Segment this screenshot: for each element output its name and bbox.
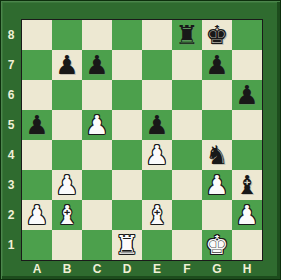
rank-label-5: 5 — [1, 110, 21, 140]
square-b5[interactable] — [52, 110, 82, 140]
file-label-d: D — [112, 261, 142, 278]
black-pawn: ♟ — [82, 50, 112, 80]
square-d7[interactable] — [112, 50, 142, 80]
black-rook: ♜ — [172, 20, 202, 50]
square-d3[interactable] — [112, 170, 142, 200]
square-a1[interactable] — [22, 230, 52, 260]
square-h4[interactable] — [232, 140, 262, 170]
square-c5[interactable]: ♟ — [82, 110, 112, 140]
square-a7[interactable] — [22, 50, 52, 80]
rank-label-1: 1 — [1, 230, 21, 260]
square-c8[interactable] — [82, 20, 112, 50]
square-d6[interactable] — [112, 80, 142, 110]
black-pawn: ♟ — [202, 50, 232, 80]
square-c1[interactable] — [82, 230, 112, 260]
square-d4[interactable] — [112, 140, 142, 170]
rank-label-8: 8 — [1, 20, 21, 50]
white-pawn: ♟ — [142, 140, 172, 170]
square-h8[interactable] — [232, 20, 262, 50]
square-f2[interactable] — [172, 200, 202, 230]
square-e4[interactable]: ♟ — [142, 140, 172, 170]
square-h1[interactable] — [232, 230, 262, 260]
rank-labels: 87654321 — [1, 20, 21, 260]
white-pawn: ♟ — [202, 170, 232, 200]
square-c6[interactable] — [82, 80, 112, 110]
square-h2[interactable]: ♟ — [232, 200, 262, 230]
square-a3[interactable] — [22, 170, 52, 200]
black-pawn: ♟ — [22, 110, 52, 140]
square-f1[interactable] — [172, 230, 202, 260]
square-a8[interactable] — [22, 20, 52, 50]
rank-label-7: 7 — [1, 50, 21, 80]
square-f5[interactable] — [172, 110, 202, 140]
black-bishop: ♝ — [232, 170, 262, 200]
square-e8[interactable] — [142, 20, 172, 50]
white-bishop: ♝ — [142, 200, 172, 230]
square-e5[interactable]: ♟ — [142, 110, 172, 140]
square-d5[interactable] — [112, 110, 142, 140]
square-g5[interactable] — [202, 110, 232, 140]
white-king: ♚ — [202, 230, 232, 260]
square-g1[interactable]: ♚ — [202, 230, 232, 260]
square-b2[interactable]: ♝ — [52, 200, 82, 230]
square-a4[interactable] — [22, 140, 52, 170]
square-g2[interactable] — [202, 200, 232, 230]
white-pawn: ♟ — [232, 200, 262, 230]
square-e1[interactable] — [142, 230, 172, 260]
black-pawn: ♟ — [232, 80, 262, 110]
white-bishop: ♝ — [52, 200, 82, 230]
square-a6[interactable] — [22, 80, 52, 110]
square-b4[interactable] — [52, 140, 82, 170]
square-e3[interactable] — [142, 170, 172, 200]
square-h7[interactable] — [232, 50, 262, 80]
file-labels: ABCDEFGH — [22, 261, 262, 278]
square-b3[interactable]: ♟ — [52, 170, 82, 200]
square-c3[interactable] — [82, 170, 112, 200]
file-label-f: F — [172, 261, 202, 278]
square-d1[interactable]: ♜ — [112, 230, 142, 260]
square-g4[interactable]: ♞ — [202, 140, 232, 170]
square-h6[interactable]: ♟ — [232, 80, 262, 110]
file-label-g: G — [202, 261, 232, 278]
square-g8[interactable]: ♚ — [202, 20, 232, 50]
square-f3[interactable] — [172, 170, 202, 200]
square-f7[interactable] — [172, 50, 202, 80]
square-a5[interactable]: ♟ — [22, 110, 52, 140]
rank-label-6: 6 — [1, 80, 21, 110]
square-f6[interactable] — [172, 80, 202, 110]
square-e7[interactable] — [142, 50, 172, 80]
square-g6[interactable] — [202, 80, 232, 110]
black-pawn: ♟ — [52, 50, 82, 80]
white-pawn: ♟ — [82, 110, 112, 140]
square-b7[interactable]: ♟ — [52, 50, 82, 80]
file-label-e: E — [142, 261, 172, 278]
square-e2[interactable]: ♝ — [142, 200, 172, 230]
square-c4[interactable] — [82, 140, 112, 170]
black-pawn: ♟ — [142, 110, 172, 140]
chess-board: ♜♚♟♟♟♟♟♟♟♟♞♟♟♝♟♝♝♟♜♚ — [21, 19, 263, 261]
square-a2[interactable]: ♟ — [22, 200, 52, 230]
square-e6[interactable] — [142, 80, 172, 110]
file-label-c: C — [82, 261, 112, 278]
white-rook: ♜ — [112, 230, 142, 260]
square-c2[interactable] — [82, 200, 112, 230]
square-f8[interactable]: ♜ — [172, 20, 202, 50]
black-knight: ♞ — [202, 140, 232, 170]
square-d8[interactable] — [112, 20, 142, 50]
square-h3[interactable]: ♝ — [232, 170, 262, 200]
chess-diagram: 87654321 ♜♚♟♟♟♟♟♟♟♟♞♟♟♝♟♝♝♟♜♚ ABCDEFGH — [0, 0, 281, 280]
square-g3[interactable]: ♟ — [202, 170, 232, 200]
file-label-b: B — [52, 261, 82, 278]
square-f4[interactable] — [172, 140, 202, 170]
file-label-h: H — [232, 261, 262, 278]
rank-label-4: 4 — [1, 140, 21, 170]
square-c7[interactable]: ♟ — [82, 50, 112, 80]
square-b8[interactable] — [52, 20, 82, 50]
square-d2[interactable] — [112, 200, 142, 230]
white-pawn: ♟ — [52, 170, 82, 200]
white-pawn: ♟ — [22, 200, 52, 230]
black-king: ♚ — [202, 20, 232, 50]
rank-label-3: 3 — [1, 170, 21, 200]
file-label-a: A — [22, 261, 52, 278]
square-b6[interactable] — [52, 80, 82, 110]
rank-label-2: 2 — [1, 200, 21, 230]
square-h5[interactable] — [232, 110, 262, 140]
square-g7[interactable]: ♟ — [202, 50, 232, 80]
square-b1[interactable] — [52, 230, 82, 260]
